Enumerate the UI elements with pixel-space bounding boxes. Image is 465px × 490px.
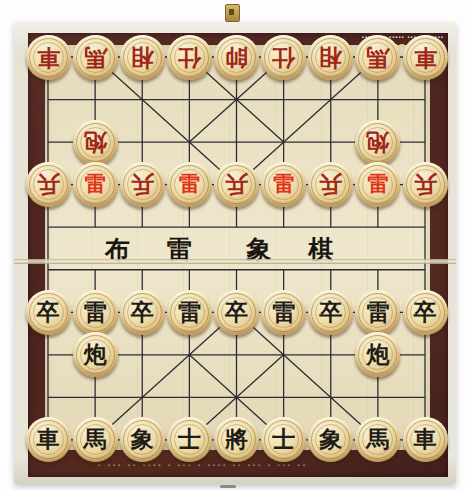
piece-red-chariot[interactable]: 車 [26,35,71,80]
piece-glyph: 卒 [37,301,60,324]
piece-black-mine[interactable]: 雷 [355,290,400,335]
piece-glyph: 仕 [272,46,295,69]
piece-glyph: 雷 [272,301,295,324]
piece-black-chariot[interactable]: 車 [403,417,448,462]
piece-black-soldier[interactable]: 卒 [403,290,448,335]
piece-red-general[interactable]: 帥 [214,35,259,80]
piece-glyph: 炮 [366,131,389,154]
piece-red-horse[interactable]: 馬 [355,35,400,80]
piece-black-mine[interactable]: 雷 [261,290,306,335]
piece-glyph: 相 [131,46,154,69]
piece-red-mine[interactable]: 雷 [261,162,306,207]
piece-glyph: 兵 [414,173,437,196]
piece-glyph: 雷 [366,301,389,324]
piece-black-soldier[interactable]: 卒 [26,290,71,335]
piece-black-elephant[interactable]: 象 [120,417,165,462]
piece-glyph: 相 [319,46,342,69]
piece-black-general[interactable]: 將 [214,417,259,462]
piece-red-mine[interactable]: 雷 [167,162,212,207]
piece-glyph: 仕 [178,46,201,69]
bottom-border-print: ▪ ▪▪▪ ▪▪ ▪▪▪▪ ▪ ▪▪▪ ▪ ▪▪▪▪ ▪▪ ▪▪▪ ▪ ▪▪▪ … [98,462,424,469]
piece-black-mine[interactable]: 雷 [73,290,118,335]
piece-red-cannon[interactable]: 炮 [73,120,118,165]
piece-glyph: 象 [131,428,154,451]
piece-red-horse[interactable]: 馬 [73,35,118,80]
piece-glyph: 車 [37,428,60,451]
piece-glyph: 馬 [366,428,389,451]
piece-black-chariot[interactable]: 車 [26,417,71,462]
piece-red-soldier[interactable]: 兵 [403,162,448,207]
piece-glyph: 車 [414,46,437,69]
fold-seam [14,259,456,264]
piece-glyph: 象 [319,428,342,451]
piece-glyph: 帥 [225,46,248,69]
piece-red-cannon[interactable]: 炮 [355,120,400,165]
piece-glyph: 兵 [319,173,342,196]
piece-red-soldier[interactable]: 兵 [214,162,259,207]
piece-red-advisor[interactable]: 仕 [261,35,306,80]
piece-glyph: 雷 [178,301,201,324]
piece-red-advisor[interactable]: 仕 [167,35,212,80]
piece-black-soldier[interactable]: 卒 [214,290,259,335]
piece-black-advisor[interactable]: 士 [167,417,212,462]
piece-glyph: 炮 [84,343,107,366]
piece-glyph: 兵 [225,173,248,196]
piece-black-soldier[interactable]: 卒 [120,290,165,335]
piece-red-chariot[interactable]: 車 [403,35,448,80]
piece-black-soldier[interactable]: 卒 [308,290,353,335]
piece-black-mine[interactable]: 雷 [167,290,212,335]
piece-red-elephant[interactable]: 相 [120,35,165,80]
piece-glyph: 士 [178,428,201,451]
product-photo: ▪▪▪ ▪▪▪▪ ▪▪▪▪▪ ▪▪▪ ▪▪▪▪ ▪▪▪ ■■■■■■■ ▪ ▪▪… [0,0,465,490]
piece-black-horse[interactable]: 馬 [73,417,118,462]
piece-glyph: 車 [414,428,437,451]
piece-red-soldier[interactable]: 兵 [120,162,165,207]
piece-glyph: 雷 [85,174,106,195]
piece-black-advisor[interactable]: 士 [261,417,306,462]
piece-red-elephant[interactable]: 相 [308,35,353,80]
board-frame: ▪▪▪ ▪▪▪▪ ▪▪▪▪▪ ▪▪▪ ▪▪▪▪ ▪▪▪ ■■■■■■■ ▪ ▪▪… [28,33,448,477]
piece-glyph: 馬 [366,46,389,69]
piece-glyph: 雷 [367,174,388,195]
piece-glyph: 士 [272,428,295,451]
piece-glyph: 兵 [131,173,154,196]
piece-glyph: 兵 [37,173,60,196]
piece-glyph: 卒 [131,301,154,324]
piece-glyph: 炮 [366,343,389,366]
piece-red-soldier[interactable]: 兵 [26,162,71,207]
bottom-latch-mark-icon [220,485,236,488]
piece-black-elephant[interactable]: 象 [308,417,353,462]
piece-glyph: 馬 [84,46,107,69]
piece-glyph: 將 [225,428,248,451]
board-surface[interactable]: 布 雷 象 棋 車馬相仕帥仕相馬車炮炮兵雷兵雷兵雷兵雷兵卒雷卒雷卒雷卒雷卒炮炮車… [45,45,430,450]
piece-black-cannon[interactable]: 炮 [73,332,118,377]
piece-glyph: 卒 [414,301,437,324]
piece-glyph: 雷 [179,174,200,195]
xiangqi-folding-box: ▪▪▪ ▪▪▪▪ ▪▪▪▪▪ ▪▪▪ ▪▪▪▪ ▪▪▪ ■■■■■■■ ▪ ▪▪… [14,22,456,484]
piece-glyph: 炮 [84,131,107,154]
piece-red-mine[interactable]: 雷 [73,162,118,207]
piece-glyph: 卒 [319,301,342,324]
piece-glyph: 馬 [84,428,107,451]
piece-glyph: 卒 [225,301,248,324]
piece-glyph: 車 [37,46,60,69]
piece-glyph: 雷 [84,301,107,324]
piece-glyph: 雷 [273,174,294,195]
clasp-latch-icon [225,4,240,22]
piece-black-horse[interactable]: 馬 [355,417,400,462]
